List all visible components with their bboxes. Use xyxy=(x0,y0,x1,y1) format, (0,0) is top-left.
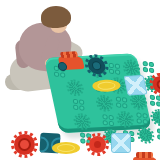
board-cell-r1c3 xyxy=(125,76,146,94)
child-hair xyxy=(41,6,71,28)
board-piece-car-red[interactable] xyxy=(58,56,85,70)
leaf-cluster-tile xyxy=(143,61,155,73)
board-cell-r2c0 xyxy=(59,95,98,114)
puzzle-board xyxy=(44,53,152,133)
tray-piece-gear-red-dial[interactable] xyxy=(11,131,38,158)
gear-dial-tile xyxy=(65,79,86,97)
product-photo-scene xyxy=(0,0,160,160)
board-cell-r1c0 xyxy=(56,79,95,98)
leaf-cluster-tile xyxy=(73,99,85,111)
leaf-cluster-tile xyxy=(150,95,160,107)
tray-piece-car-red[interactable] xyxy=(133,157,157,160)
tray-piece-tile-blue-cross[interactable] xyxy=(111,133,131,153)
tray-piece-oval-yellow[interactable] xyxy=(52,142,80,154)
piece-tray xyxy=(0,128,160,160)
board-piece-tile-blue-cross[interactable] xyxy=(123,75,147,96)
board-cell-r0c1 xyxy=(87,61,108,79)
leaf-cluster-tile xyxy=(136,112,148,124)
leaf-cluster-tile xyxy=(102,114,114,126)
leaf-cluster-tile xyxy=(109,63,121,75)
board-cell-r1c1 xyxy=(91,78,112,96)
board-grid xyxy=(52,59,143,124)
leaf-cluster-tile xyxy=(116,96,128,108)
tray-piece-gear-red-star[interactable] xyxy=(86,133,109,156)
